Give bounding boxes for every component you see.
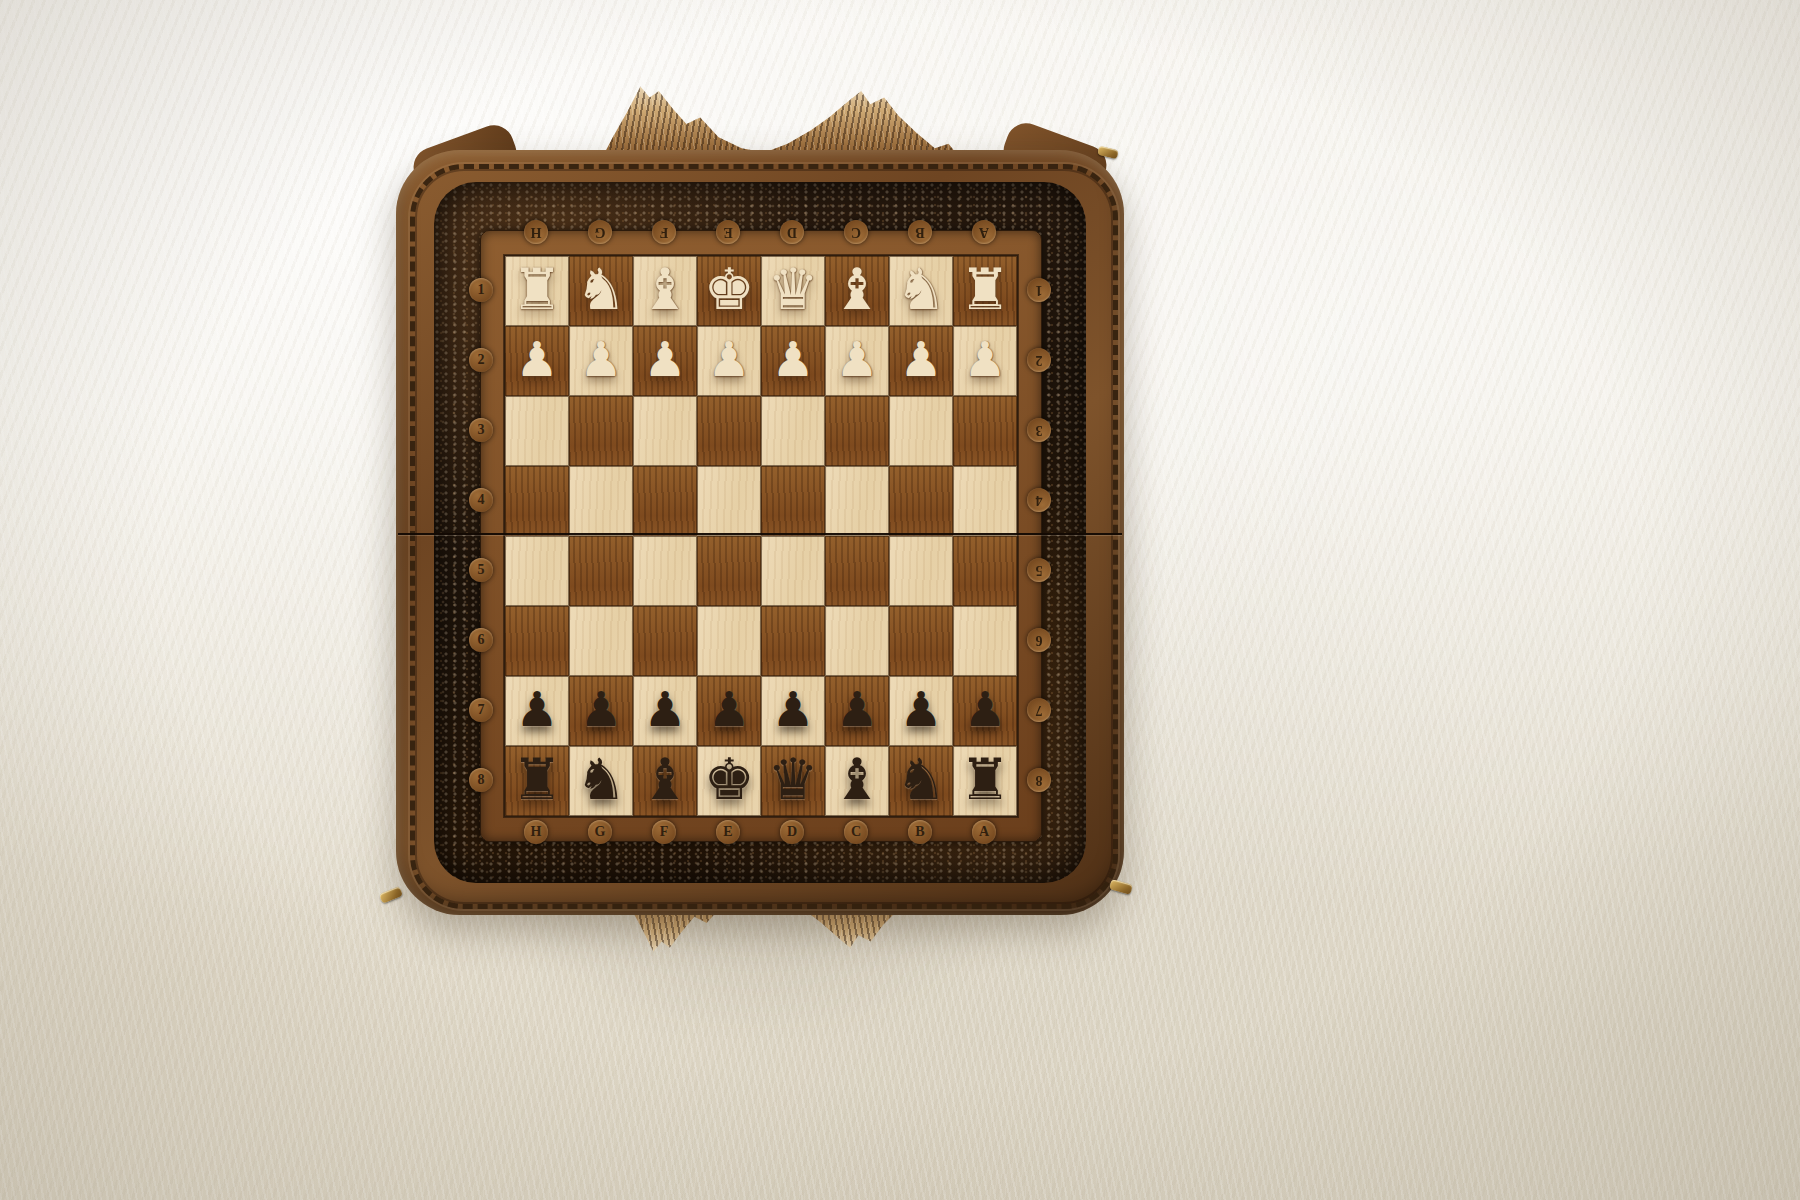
black-pawn-d7[interactable]: ♟ (771, 685, 814, 733)
black-queen-d8[interactable]: ♛ (767, 751, 818, 808)
square-c4[interactable] (825, 466, 889, 536)
coord-cell: 1 (1026, 255, 1052, 325)
file-label-c: C (844, 220, 868, 244)
rank-label-2: 2 (469, 348, 493, 372)
coord-cell: D (760, 219, 824, 245)
file-label-h: H (524, 820, 548, 844)
coord-cell: 2 (1026, 325, 1052, 395)
brass-clasp-bottom-right (1109, 879, 1133, 895)
board-grid: ♜♞♝♚♛♝♞♜♟♟♟♟♟♟♟♟♟♟♟♟♟♟♟♟♜♞♝♚♛♝♞♜ (504, 255, 1018, 817)
square-b1[interactable]: ♞ (889, 256, 953, 326)
file-label-f: F (652, 220, 676, 244)
square-c3[interactable] (825, 396, 889, 466)
square-g4[interactable] (569, 466, 633, 536)
rank-label-8: 8 (1027, 768, 1051, 792)
square-b8[interactable]: ♞ (889, 746, 953, 816)
square-d7[interactable]: ♟ (761, 676, 825, 746)
rank-label-4: 4 (469, 488, 493, 512)
square-h3[interactable] (505, 396, 569, 466)
rank-label-1: 1 (469, 278, 493, 302)
black-rook-h8[interactable]: ♜ (511, 751, 562, 808)
coord-cell: 4 (468, 465, 494, 535)
black-rook-a8[interactable]: ♜ (959, 751, 1010, 808)
black-king-e8[interactable]: ♚ (703, 751, 754, 808)
coord-cell: F (632, 219, 696, 245)
square-h4[interactable] (505, 466, 569, 536)
coord-cell: 6 (1026, 605, 1052, 675)
square-h6[interactable] (505, 606, 569, 676)
square-f4[interactable] (633, 466, 697, 536)
file-label-d: D (780, 820, 804, 844)
white-pawn-f2[interactable]: ♟ (643, 335, 686, 383)
square-g1[interactable]: ♞ (569, 256, 633, 326)
coord-cell: 8 (1026, 745, 1052, 815)
black-pawn-f7[interactable]: ♟ (643, 685, 686, 733)
coord-cell: H (504, 219, 568, 245)
white-pawn-g2[interactable]: ♟ (579, 335, 622, 383)
square-g8[interactable]: ♞ (569, 746, 633, 816)
white-pawn-e2[interactable]: ♟ (707, 335, 750, 383)
file-label-e: E (716, 820, 740, 844)
coord-cell: B (888, 819, 952, 845)
white-queen-d1[interactable]: ♛ (767, 261, 818, 318)
black-knight-b8[interactable]: ♞ (895, 751, 946, 808)
white-knight-g1[interactable]: ♞ (575, 261, 626, 318)
coord-cell: C (824, 819, 888, 845)
file-label-a: A (972, 220, 996, 244)
rank-label-2: 2 (1027, 348, 1051, 372)
square-g5[interactable] (569, 536, 633, 606)
coord-cell: B (888, 219, 952, 245)
square-e5[interactable] (697, 536, 761, 606)
file-labels-bottom: HGFEDCBA (504, 819, 1016, 845)
page-background: HGFEDCBA HGFEDCBA 12345678 12345678 ♜♞♝♚… (0, 0, 1800, 1200)
white-pawn-a2[interactable]: ♟ (963, 335, 1006, 383)
coord-cell: E (696, 819, 760, 845)
file-label-g: G (588, 820, 612, 844)
rank-label-1: 1 (1027, 278, 1051, 302)
square-d2[interactable]: ♟ (761, 326, 825, 396)
square-b3[interactable] (889, 396, 953, 466)
square-b7[interactable]: ♟ (889, 676, 953, 746)
black-pawn-a7[interactable]: ♟ (963, 685, 1006, 733)
coord-cell: G (568, 219, 632, 245)
black-pawn-c7[interactable]: ♟ (835, 685, 878, 733)
square-d1[interactable]: ♛ (761, 256, 825, 326)
rank-label-4: 4 (1027, 488, 1051, 512)
square-e1[interactable]: ♚ (697, 256, 761, 326)
square-g2[interactable]: ♟ (569, 326, 633, 396)
rank-label-5: 5 (1027, 558, 1051, 582)
square-a7[interactable]: ♟ (953, 676, 1017, 746)
square-a4[interactable] (953, 466, 1017, 536)
file-label-d: D (780, 220, 804, 244)
coord-cell: G (568, 819, 632, 845)
rank-label-8: 8 (469, 768, 493, 792)
square-d3[interactable] (761, 396, 825, 466)
square-e2[interactable]: ♟ (697, 326, 761, 396)
rank-label-3: 3 (1027, 418, 1051, 442)
rank-label-5: 5 (469, 558, 493, 582)
coord-cell: 8 (468, 745, 494, 815)
chess-board-set: HGFEDCBA HGFEDCBA 12345678 12345678 ♜♞♝♚… (385, 80, 1135, 960)
coord-cell: 5 (468, 535, 494, 605)
file-labels-top: HGFEDCBA (504, 219, 1016, 245)
black-pawn-b7[interactable]: ♟ (899, 685, 942, 733)
coord-cell: 3 (468, 395, 494, 465)
rank-label-7: 7 (469, 698, 493, 722)
square-b5[interactable] (889, 536, 953, 606)
square-e4[interactable] (697, 466, 761, 536)
square-f2[interactable]: ♟ (633, 326, 697, 396)
coord-cell: A (952, 219, 1016, 245)
white-pawn-h2[interactable]: ♟ (515, 335, 558, 383)
black-bishop-f8[interactable]: ♝ (639, 751, 690, 808)
coord-cell: 7 (468, 675, 494, 745)
rank-label-6: 6 (469, 628, 493, 652)
black-pawn-h7[interactable]: ♟ (515, 685, 558, 733)
square-g7[interactable]: ♟ (569, 676, 633, 746)
black-knight-g8[interactable]: ♞ (575, 751, 626, 808)
file-label-b: B (908, 820, 932, 844)
square-f6[interactable] (633, 606, 697, 676)
coord-cell: 1 (468, 255, 494, 325)
square-a1[interactable]: ♜ (953, 256, 1017, 326)
white-pawn-b2[interactable]: ♟ (899, 335, 942, 383)
white-bishop-f1[interactable]: ♝ (639, 261, 690, 318)
square-e6[interactable] (697, 606, 761, 676)
white-rook-h1[interactable]: ♜ (511, 261, 562, 318)
coord-cell: 6 (468, 605, 494, 675)
square-c5[interactable] (825, 536, 889, 606)
coord-cell: 5 (1026, 535, 1052, 605)
square-h7[interactable]: ♟ (505, 676, 569, 746)
coord-cell: E (696, 219, 760, 245)
square-b6[interactable] (889, 606, 953, 676)
coord-cell: A (952, 819, 1016, 845)
rank-label-7: 7 (1027, 698, 1051, 722)
square-e3[interactable] (697, 396, 761, 466)
square-h5[interactable] (505, 536, 569, 606)
file-label-g: G (588, 220, 612, 244)
square-e8[interactable]: ♚ (697, 746, 761, 816)
square-c1[interactable]: ♝ (825, 256, 889, 326)
white-bishop-c1[interactable]: ♝ (831, 261, 882, 318)
file-label-e: E (716, 220, 740, 244)
white-knight-b1[interactable]: ♞ (895, 261, 946, 318)
black-pawn-e7[interactable]: ♟ (707, 685, 750, 733)
square-a6[interactable] (953, 606, 1017, 676)
square-e7[interactable]: ♟ (697, 676, 761, 746)
square-f7[interactable]: ♟ (633, 676, 697, 746)
square-c7[interactable]: ♟ (825, 676, 889, 746)
coord-cell: 4 (1026, 465, 1052, 535)
square-f5[interactable] (633, 536, 697, 606)
square-b2[interactable]: ♟ (889, 326, 953, 396)
square-c8[interactable]: ♝ (825, 746, 889, 816)
coord-cell: H (504, 819, 568, 845)
square-h1[interactable]: ♜ (505, 256, 569, 326)
square-d8[interactable]: ♛ (761, 746, 825, 816)
coord-cell: 7 (1026, 675, 1052, 745)
coord-cell: 3 (1026, 395, 1052, 465)
square-b4[interactable] (889, 466, 953, 536)
square-d6[interactable] (761, 606, 825, 676)
coord-cell: C (824, 219, 888, 245)
square-d4[interactable] (761, 466, 825, 536)
coord-cell: 2 (468, 325, 494, 395)
rank-label-3: 3 (469, 418, 493, 442)
rank-label-6: 6 (1027, 628, 1051, 652)
file-label-b: B (908, 220, 932, 244)
square-a2[interactable]: ♟ (953, 326, 1017, 396)
white-pawn-c2[interactable]: ♟ (835, 335, 878, 383)
white-pawn-d2[interactable]: ♟ (771, 335, 814, 383)
square-g6[interactable] (569, 606, 633, 676)
square-f8[interactable]: ♝ (633, 746, 697, 816)
white-king-e1[interactable]: ♚ (703, 261, 754, 318)
file-label-a: A (972, 820, 996, 844)
square-h2[interactable]: ♟ (505, 326, 569, 396)
coord-cell: D (760, 819, 824, 845)
coord-cell: F (632, 819, 696, 845)
file-label-f: F (652, 820, 676, 844)
board-fold-seam (398, 533, 1122, 536)
square-a8[interactable]: ♜ (953, 746, 1017, 816)
black-bishop-c8[interactable]: ♝ (831, 751, 882, 808)
square-g3[interactable] (569, 396, 633, 466)
white-rook-a1[interactable]: ♜ (959, 261, 1010, 318)
black-pawn-g7[interactable]: ♟ (579, 685, 622, 733)
square-f3[interactable] (633, 396, 697, 466)
square-a3[interactable] (953, 396, 1017, 466)
square-c2[interactable]: ♟ (825, 326, 889, 396)
square-d5[interactable] (761, 536, 825, 606)
file-label-h: H (524, 220, 548, 244)
square-h8[interactable]: ♜ (505, 746, 569, 816)
square-c6[interactable] (825, 606, 889, 676)
square-a5[interactable] (953, 536, 1017, 606)
square-f1[interactable]: ♝ (633, 256, 697, 326)
file-label-c: C (844, 820, 868, 844)
